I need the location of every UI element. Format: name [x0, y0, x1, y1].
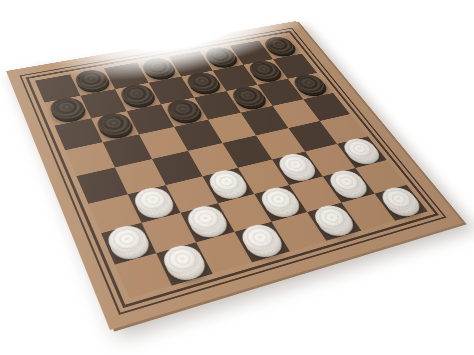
checkers-board [6, 21, 463, 330]
board-grid [35, 35, 428, 298]
photo-scene [0, 0, 474, 355]
